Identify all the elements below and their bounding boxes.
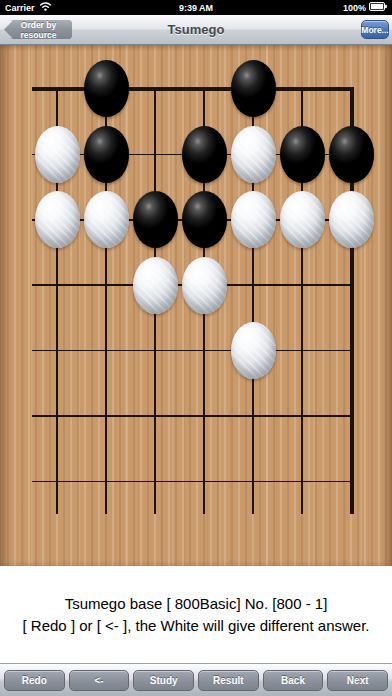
undo-button[interactable]: <- [69, 670, 130, 691]
white-stone[interactable] [231, 322, 276, 379]
battery-icon [369, 2, 387, 13]
white-stone[interactable] [280, 191, 325, 248]
black-stone[interactable] [329, 126, 374, 183]
app-screen: 9:39 AM Carrier 100% Ord [0, 0, 392, 696]
stones-grid [33, 56, 376, 514]
white-stone[interactable] [182, 257, 227, 314]
message-area: Tsumego base [ 800Basic] No. [800 - 1] [… [0, 566, 392, 663]
page-title: Tsumego [168, 22, 225, 37]
next-button[interactable]: Next [327, 670, 388, 691]
black-stone[interactable] [133, 191, 178, 248]
order-by-resource-back-button[interactable]: Order by resource [4, 20, 72, 39]
black-stone[interactable] [182, 191, 227, 248]
white-stone[interactable] [133, 257, 178, 314]
white-stone[interactable] [84, 191, 129, 248]
more-button[interactable]: More... [361, 20, 389, 39]
redo-button[interactable]: Redo [4, 670, 65, 691]
white-stone[interactable] [35, 126, 80, 183]
white-stone[interactable] [329, 191, 374, 248]
bottom-toolbar: Redo <- Study Result Back Next [0, 663, 392, 696]
battery-percent-label: 100% [343, 3, 366, 13]
black-stone[interactable] [182, 126, 227, 183]
status-time: 9:39 AM [0, 3, 392, 13]
white-stone[interactable] [231, 126, 276, 183]
problem-info-text: Tsumego base [ 800Basic] No. [800 - 1] [0, 593, 392, 615]
white-stone[interactable] [231, 191, 276, 248]
black-stone[interactable] [84, 60, 129, 117]
status-bar: 9:39 AM Carrier 100% [0, 0, 392, 15]
result-button[interactable]: Result [198, 670, 259, 691]
go-board[interactable] [0, 45, 392, 566]
navigation-bar: Order by resource Tsumego More... [0, 15, 392, 45]
black-stone[interactable] [231, 60, 276, 117]
study-button[interactable]: Study [133, 670, 194, 691]
black-stone[interactable] [280, 126, 325, 183]
black-stone[interactable] [84, 126, 129, 183]
white-stone[interactable] [35, 191, 80, 248]
back-button[interactable]: Back [263, 670, 324, 691]
hint-text: [ Redo ] or [ <- ], the White will give … [0, 615, 392, 637]
